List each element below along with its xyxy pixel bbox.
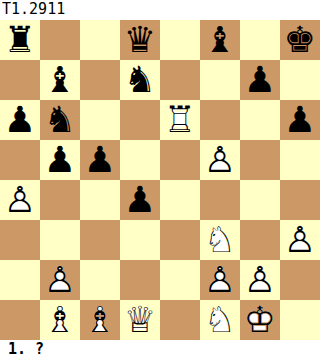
square-h3[interactable]: ♟♙ <box>280 220 320 260</box>
black-pawn-icon: ♟♟ <box>280 100 320 140</box>
square-a6[interactable]: ♟♟ <box>0 100 40 140</box>
square-g8[interactable] <box>240 20 280 60</box>
square-d4[interactable]: ♟♟ <box>120 180 160 220</box>
square-d1[interactable]: ♛♕ <box>120 300 160 340</box>
black-bishop-icon: ♝♝ <box>40 60 80 100</box>
square-c5[interactable]: ♟♟ <box>80 140 120 180</box>
square-f2[interactable]: ♟♙ <box>200 260 240 300</box>
square-c8[interactable] <box>80 20 120 60</box>
square-h1[interactable] <box>280 300 320 340</box>
square-a7[interactable] <box>0 60 40 100</box>
square-h2[interactable] <box>280 260 320 300</box>
square-g4[interactable] <box>240 180 280 220</box>
square-e3[interactable] <box>160 220 200 260</box>
black-pawn-icon: ♟♟ <box>40 140 80 180</box>
square-f7[interactable] <box>200 60 240 100</box>
square-a8[interactable]: ♜♜ <box>0 20 40 60</box>
white-pawn-icon: ♟♙ <box>200 140 240 180</box>
square-b8[interactable] <box>40 20 80 60</box>
square-e5[interactable] <box>160 140 200 180</box>
square-g6[interactable] <box>240 100 280 140</box>
square-a1[interactable] <box>0 300 40 340</box>
square-b4[interactable] <box>40 180 80 220</box>
square-c2[interactable] <box>80 260 120 300</box>
square-g2[interactable]: ♟♙ <box>240 260 280 300</box>
square-g3[interactable] <box>240 220 280 260</box>
square-b3[interactable] <box>40 220 80 260</box>
white-king-icon: ♚♔ <box>240 300 280 340</box>
puzzle-window: T1.2911 ♜♜♛♛♝♝♚♚♝♝♞♞♟♟♟♟♞♞♜♖♟♟♟♟♟♟♟♙♟♙♟♟… <box>0 0 320 360</box>
white-knight-icon: ♞♘ <box>200 300 240 340</box>
white-bishop-icon: ♝♗ <box>80 300 120 340</box>
white-queen-icon: ♛♕ <box>120 300 160 340</box>
square-f5[interactable]: ♟♙ <box>200 140 240 180</box>
white-pawn-icon: ♟♙ <box>280 220 320 260</box>
square-h4[interactable] <box>280 180 320 220</box>
square-d7[interactable]: ♞♞ <box>120 60 160 100</box>
square-b6[interactable]: ♞♞ <box>40 100 80 140</box>
white-pawn-icon: ♟♙ <box>200 260 240 300</box>
square-b7[interactable]: ♝♝ <box>40 60 80 100</box>
square-a4[interactable]: ♟♙ <box>0 180 40 220</box>
square-e6[interactable]: ♜♖ <box>160 100 200 140</box>
puzzle-id: T1.2911 <box>0 0 320 20</box>
black-rook-icon: ♜♜ <box>0 20 40 60</box>
square-d5[interactable] <box>120 140 160 180</box>
square-f6[interactable] <box>200 100 240 140</box>
move-prompt: 1. ? <box>0 340 320 360</box>
square-d3[interactable] <box>120 220 160 260</box>
square-h6[interactable]: ♟♟ <box>280 100 320 140</box>
square-e1[interactable] <box>160 300 200 340</box>
white-pawn-icon: ♟♙ <box>0 180 40 220</box>
square-e2[interactable] <box>160 260 200 300</box>
square-c6[interactable] <box>80 100 120 140</box>
square-c3[interactable] <box>80 220 120 260</box>
square-b5[interactable]: ♟♟ <box>40 140 80 180</box>
square-b2[interactable]: ♟♙ <box>40 260 80 300</box>
square-e7[interactable] <box>160 60 200 100</box>
square-f8[interactable]: ♝♝ <box>200 20 240 60</box>
white-knight-icon: ♞♘ <box>200 220 240 260</box>
square-b1[interactable]: ♝♗ <box>40 300 80 340</box>
square-h5[interactable] <box>280 140 320 180</box>
black-pawn-icon: ♟♟ <box>120 180 160 220</box>
white-rook-icon: ♜♖ <box>160 100 200 140</box>
square-d2[interactable] <box>120 260 160 300</box>
square-e8[interactable] <box>160 20 200 60</box>
black-knight-icon: ♞♞ <box>120 60 160 100</box>
black-bishop-icon: ♝♝ <box>200 20 240 60</box>
square-g1[interactable]: ♚♔ <box>240 300 280 340</box>
square-g7[interactable]: ♟♟ <box>240 60 280 100</box>
black-pawn-icon: ♟♟ <box>240 60 280 100</box>
black-king-icon: ♚♚ <box>280 20 320 60</box>
black-pawn-icon: ♟♟ <box>80 140 120 180</box>
square-d6[interactable] <box>120 100 160 140</box>
square-a2[interactable] <box>0 260 40 300</box>
white-pawn-icon: ♟♙ <box>240 260 280 300</box>
square-f1[interactable]: ♞♘ <box>200 300 240 340</box>
square-c1[interactable]: ♝♗ <box>80 300 120 340</box>
white-bishop-icon: ♝♗ <box>40 300 80 340</box>
square-a3[interactable] <box>0 220 40 260</box>
chess-board: ♜♜♛♛♝♝♚♚♝♝♞♞♟♟♟♟♞♞♜♖♟♟♟♟♟♟♟♙♟♙♟♟♞♘♟♙♟♙♟♙… <box>0 20 320 340</box>
square-c4[interactable] <box>80 180 120 220</box>
square-d8[interactable]: ♛♛ <box>120 20 160 60</box>
square-f3[interactable]: ♞♘ <box>200 220 240 260</box>
square-a5[interactable] <box>0 140 40 180</box>
white-pawn-icon: ♟♙ <box>40 260 80 300</box>
square-f4[interactable] <box>200 180 240 220</box>
square-h7[interactable] <box>280 60 320 100</box>
square-e4[interactable] <box>160 180 200 220</box>
black-queen-icon: ♛♛ <box>120 20 160 60</box>
square-g5[interactable] <box>240 140 280 180</box>
black-pawn-icon: ♟♟ <box>0 100 40 140</box>
square-c7[interactable] <box>80 60 120 100</box>
square-h8[interactable]: ♚♚ <box>280 20 320 60</box>
black-knight-icon: ♞♞ <box>40 100 80 140</box>
